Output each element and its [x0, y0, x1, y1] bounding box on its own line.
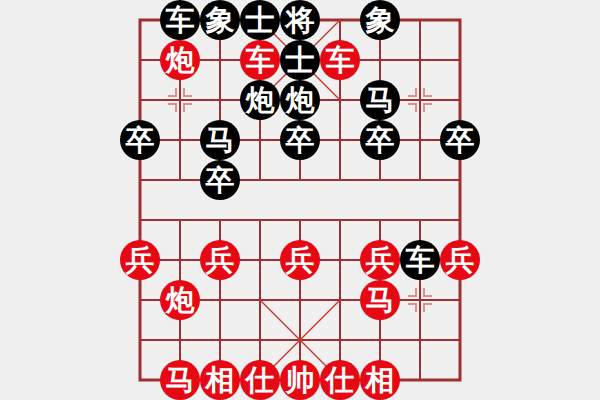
piece-red-兵[interactable]: 兵: [440, 240, 480, 280]
piece-red-车[interactable]: 车: [320, 40, 360, 80]
piece-red-炮[interactable]: 炮: [160, 40, 200, 80]
piece-red-兵[interactable]: 兵: [120, 240, 160, 280]
piece-red-兵[interactable]: 兵: [360, 240, 400, 280]
piece-black-卒[interactable]: 卒: [280, 120, 320, 160]
piece-red-帅[interactable]: 帅: [280, 360, 320, 400]
piece-red-炮[interactable]: 炮: [160, 280, 200, 320]
piece-black-车[interactable]: 车: [400, 240, 440, 280]
piece-red-兵[interactable]: 兵: [200, 240, 240, 280]
piece-red-仕[interactable]: 仕: [320, 360, 360, 400]
piece-black-卒[interactable]: 卒: [120, 120, 160, 160]
piece-black-士[interactable]: 士: [240, 0, 280, 40]
piece-black-象[interactable]: 象: [200, 0, 240, 40]
xiangqi-board: 车象士将象炮车士车炮炮马卒马卒卒卒卒兵兵兵兵车兵炮马马相仕帅仕相: [0, 0, 600, 400]
piece-red-相[interactable]: 相: [200, 360, 240, 400]
piece-black-车[interactable]: 车: [160, 0, 200, 40]
piece-black-将[interactable]: 将: [280, 0, 320, 40]
piece-black-卒[interactable]: 卒: [440, 120, 480, 160]
piece-black-炮[interactable]: 炮: [240, 80, 280, 120]
piece-black-卒[interactable]: 卒: [200, 160, 240, 200]
piece-red-相[interactable]: 相: [360, 360, 400, 400]
piece-black-象[interactable]: 象: [360, 0, 400, 40]
piece-red-兵[interactable]: 兵: [280, 240, 320, 280]
piece-black-卒[interactable]: 卒: [360, 120, 400, 160]
piece-black-马[interactable]: 马: [360, 80, 400, 120]
piece-black-炮[interactable]: 炮: [280, 80, 320, 120]
piece-black-马[interactable]: 马: [200, 120, 240, 160]
piece-black-士[interactable]: 士: [280, 40, 320, 80]
piece-red-车[interactable]: 车: [240, 40, 280, 80]
piece-red-仕[interactable]: 仕: [240, 360, 280, 400]
piece-layer: 车象士将象炮车士车炮炮马卒马卒卒卒卒兵兵兵兵车兵炮马马相仕帅仕相: [0, 0, 600, 400]
piece-red-马[interactable]: 马: [360, 280, 400, 320]
piece-red-马[interactable]: 马: [160, 360, 200, 400]
